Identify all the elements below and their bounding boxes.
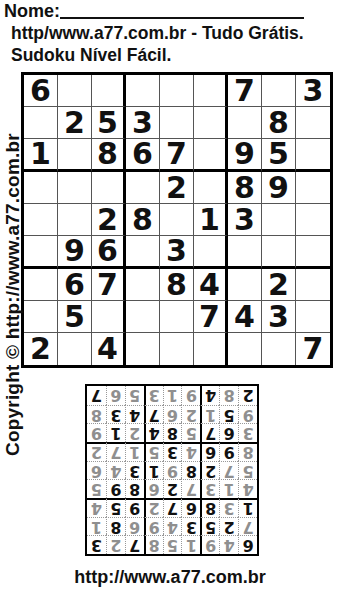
printable-sudoku-page: Nome: http/www.a77.com.br - Tudo Grátis.… bbox=[0, 0, 340, 596]
puzzle-cell-r4c3[interactable] bbox=[92, 172, 126, 204]
puzzle-cell-r1c5[interactable] bbox=[160, 75, 194, 107]
puzzle-cell-r2c4[interactable]: 3 bbox=[126, 107, 160, 139]
puzzle-cell-r4c4[interactable] bbox=[126, 172, 160, 204]
solution-cell-r8c3: 1 bbox=[200, 405, 219, 424]
puzzle-cell-r3c8[interactable]: 5 bbox=[262, 139, 296, 172]
solution-cell-r5c5: 9 bbox=[163, 461, 182, 480]
puzzle-cell-r9c6[interactable] bbox=[194, 333, 228, 365]
solution-cell-r1c1: 6 bbox=[238, 535, 257, 554]
puzzle-cell-r7c6[interactable]: 4 bbox=[194, 269, 228, 301]
puzzle-cell-r3c9[interactable] bbox=[296, 139, 330, 172]
solution-cell-r9c9: 7 bbox=[87, 386, 106, 405]
puzzle-cell-r5c5[interactable] bbox=[160, 204, 194, 236]
puzzle-cell-r7c9[interactable] bbox=[296, 269, 330, 301]
puzzle-cell-r2c9[interactable] bbox=[296, 107, 330, 139]
puzzle-cell-r5c4[interactable]: 8 bbox=[126, 204, 160, 236]
puzzle-cell-r7c5[interactable]: 8 bbox=[160, 269, 194, 301]
puzzle-cell-r6c5[interactable]: 3 bbox=[160, 236, 194, 269]
puzzle-cell-r8c7[interactable]: 4 bbox=[228, 301, 262, 333]
solution-cell-r5c4: 8 bbox=[181, 461, 200, 480]
solution-cell-r3c7: 9 bbox=[125, 498, 144, 517]
puzzle-cell-r8c2[interactable]: 5 bbox=[58, 301, 92, 333]
puzzle-cell-r2c1[interactable] bbox=[24, 107, 58, 139]
solution-cell-r9c8: 6 bbox=[106, 386, 125, 405]
solution-cell-r4c8: 9 bbox=[106, 479, 125, 498]
puzzle-cell-r9c3[interactable]: 4 bbox=[92, 333, 126, 365]
solution-cell-r5c7: 3 bbox=[125, 461, 144, 480]
puzzle-cell-r9c4[interactable] bbox=[126, 333, 160, 365]
solution-cell-r4c4: 7 bbox=[181, 479, 200, 498]
puzzle-cell-r5c7[interactable]: 3 bbox=[228, 204, 262, 236]
solution-cell-r8c7: 4 bbox=[125, 405, 144, 424]
solution-cell-r1c5: 5 bbox=[163, 535, 182, 554]
solution-cell-r4c3: 3 bbox=[200, 479, 219, 498]
puzzle-cell-r4c7[interactable]: 8 bbox=[228, 172, 262, 204]
solution-cell-r2c3: 5 bbox=[200, 517, 219, 536]
puzzle-cell-r4c6[interactable] bbox=[194, 172, 228, 204]
solution-cell-r1c7: 7 bbox=[125, 535, 144, 554]
solution-cell-r7c6: 4 bbox=[144, 423, 163, 442]
solution-cell-r8c2: 5 bbox=[219, 405, 238, 424]
solution-cell-r4c6: 6 bbox=[144, 479, 163, 498]
sudoku-puzzle-grid: 67325381867952892813963678425743247 bbox=[21, 72, 333, 368]
solution-cell-r3c2: 3 bbox=[219, 498, 238, 517]
puzzle-cell-r1c6[interactable] bbox=[194, 75, 228, 107]
solution-cell-r5c1: 5 bbox=[238, 461, 257, 480]
puzzle-cell-r6c2[interactable]: 9 bbox=[58, 236, 92, 269]
name-label: Nome: bbox=[4, 1, 60, 22]
solution-cell-r8c9: 8 bbox=[87, 405, 106, 424]
puzzle-cell-r3c5[interactable]: 7 bbox=[160, 139, 194, 172]
footer-url: http://www.a77.com.br bbox=[0, 567, 340, 588]
puzzle-cell-r2c8[interactable]: 8 bbox=[262, 107, 296, 139]
puzzle-cell-r1c1[interactable]: 6 bbox=[24, 75, 58, 107]
puzzle-cell-r9c9[interactable]: 7 bbox=[296, 333, 330, 365]
solution-cell-r2c8: 8 bbox=[106, 517, 125, 536]
solution-cell-r8c8: 3 bbox=[106, 405, 125, 424]
puzzle-cell-r5c9[interactable] bbox=[296, 204, 330, 236]
solution-cell-r2c4: 3 bbox=[181, 517, 200, 536]
puzzle-cell-r5c8[interactable] bbox=[262, 204, 296, 236]
puzzle-cell-r3c3[interactable]: 8 bbox=[92, 139, 126, 172]
solution-cell-r7c3: 7 bbox=[200, 423, 219, 442]
solution-cell-r1c6: 8 bbox=[144, 535, 163, 554]
solution-cell-r7c5: 8 bbox=[163, 423, 182, 442]
solution-cell-r6c1: 8 bbox=[238, 442, 257, 461]
solution-cell-r3c6: 2 bbox=[144, 498, 163, 517]
solution-cell-r2c1: 7 bbox=[238, 517, 257, 536]
puzzle-cell-r6c7[interactable] bbox=[228, 236, 262, 269]
puzzle-cell-r4c1[interactable] bbox=[24, 172, 58, 204]
solution-cell-r1c4: 1 bbox=[181, 535, 200, 554]
puzzle-cell-r6c6[interactable] bbox=[194, 236, 228, 269]
page-title: Sudoku Nível Fácil. bbox=[11, 45, 171, 66]
puzzle-cell-r6c1[interactable] bbox=[24, 236, 58, 269]
solution-cell-r1c9: 3 bbox=[87, 535, 106, 554]
solution-cell-r3c8: 5 bbox=[106, 498, 125, 517]
puzzle-cell-r8c5[interactable] bbox=[160, 301, 194, 333]
solution-cell-r6c6: 5 bbox=[144, 442, 163, 461]
solution-cell-r3c9: 4 bbox=[87, 498, 106, 517]
puzzle-cell-r2c3[interactable]: 5 bbox=[92, 107, 126, 139]
solution-cell-r7c4: 5 bbox=[181, 423, 200, 442]
solution-cell-r4c5: 2 bbox=[163, 479, 182, 498]
puzzle-cell-r7c8[interactable]: 2 bbox=[262, 269, 296, 301]
solution-cell-r5c6: 1 bbox=[144, 461, 163, 480]
solution-cell-r2c5: 4 bbox=[163, 517, 182, 536]
puzzle-cell-r1c4[interactable] bbox=[126, 75, 160, 107]
puzzle-cell-r5c2[interactable] bbox=[58, 204, 92, 236]
puzzle-cell-r6c4[interactable] bbox=[126, 236, 160, 269]
solution-cell-r5c9: 6 bbox=[87, 461, 106, 480]
solution-cell-r5c8: 4 bbox=[106, 461, 125, 480]
solution-cell-r5c3: 2 bbox=[200, 461, 219, 480]
puzzle-cell-r4c9[interactable] bbox=[296, 172, 330, 204]
puzzle-cell-r5c6[interactable]: 1 bbox=[194, 204, 228, 236]
solution-cell-r4c1: 4 bbox=[238, 479, 257, 498]
solution-cell-r8c6: 7 bbox=[144, 405, 163, 424]
solution-cell-r7c7: 2 bbox=[125, 423, 144, 442]
solution-cell-r9c6: 3 bbox=[144, 386, 163, 405]
copyright-vertical-text: Copyright © http://www.a77.com.br bbox=[2, 84, 24, 456]
name-input-line[interactable] bbox=[60, 0, 304, 19]
solution-cell-r7c8: 1 bbox=[106, 423, 125, 442]
puzzle-cell-r2c7[interactable] bbox=[228, 107, 262, 139]
solution-cell-r6c9: 2 bbox=[87, 442, 106, 461]
solution-cell-r9c7: 5 bbox=[125, 386, 144, 405]
puzzle-cell-r1c7[interactable]: 7 bbox=[228, 75, 262, 107]
puzzle-cell-r6c8[interactable] bbox=[262, 236, 296, 269]
puzzle-cell-r6c9[interactable] bbox=[296, 236, 330, 269]
sudoku-solution-grid-rotated: 6491587237253496811386729544137268955728… bbox=[85, 384, 259, 556]
solution-cell-r9c1: 2 bbox=[238, 386, 257, 405]
puzzle-cell-r2c2[interactable]: 2 bbox=[58, 107, 92, 139]
solution-cell-r9c2: 8 bbox=[219, 386, 238, 405]
puzzle-cell-r7c2[interactable]: 6 bbox=[58, 269, 92, 301]
solution-cell-r6c5: 3 bbox=[163, 442, 182, 461]
puzzle-cell-r4c8[interactable]: 9 bbox=[262, 172, 296, 204]
solution-cell-r2c9: 1 bbox=[87, 517, 106, 536]
puzzle-cell-r2c6[interactable] bbox=[194, 107, 228, 139]
solution-cell-r7c9: 9 bbox=[87, 423, 106, 442]
site-header-text: http/www.a77.com.br - Tudo Grátis. bbox=[11, 23, 304, 44]
solution-cell-r4c2: 1 bbox=[219, 479, 238, 498]
solution-cell-r3c5: 7 bbox=[163, 498, 182, 517]
puzzle-cell-r1c3[interactable] bbox=[92, 75, 126, 107]
solution-cell-r7c1: 3 bbox=[238, 423, 257, 442]
solution-cell-r6c4: 4 bbox=[181, 442, 200, 461]
solution-cell-r1c3: 9 bbox=[200, 535, 219, 554]
puzzle-cell-r8c8[interactable]: 3 bbox=[262, 301, 296, 333]
solution-cell-r5c2: 7 bbox=[219, 461, 238, 480]
solution-cell-r8c4: 2 bbox=[181, 405, 200, 424]
solution-cell-r9c3: 4 bbox=[200, 386, 219, 405]
puzzle-cell-r4c2[interactable] bbox=[58, 172, 92, 204]
solution-cell-r2c7: 6 bbox=[125, 517, 144, 536]
puzzle-cell-r1c8[interactable] bbox=[262, 75, 296, 107]
solution-cell-r8c1: 9 bbox=[238, 405, 257, 424]
puzzle-cell-r5c1[interactable] bbox=[24, 204, 58, 236]
puzzle-cell-r3c4[interactable]: 6 bbox=[126, 139, 160, 172]
puzzle-cell-r9c5[interactable] bbox=[160, 333, 194, 365]
solution-cell-r4c7: 8 bbox=[125, 479, 144, 498]
puzzle-cell-r1c9[interactable]: 3 bbox=[296, 75, 330, 107]
puzzle-cell-r3c6[interactable] bbox=[194, 139, 228, 172]
solution-cell-r3c3: 8 bbox=[200, 498, 219, 517]
puzzle-cell-r2c5[interactable] bbox=[160, 107, 194, 139]
puzzle-cell-r3c1[interactable]: 1 bbox=[24, 139, 58, 172]
solution-cell-r1c2: 4 bbox=[219, 535, 238, 554]
puzzle-cell-r3c7[interactable]: 9 bbox=[228, 139, 262, 172]
solution-cell-r9c4: 9 bbox=[181, 386, 200, 405]
solution-cell-r7c2: 6 bbox=[219, 423, 238, 442]
solution-cell-r9c5: 1 bbox=[163, 386, 182, 405]
solution-cell-r3c4: 6 bbox=[181, 498, 200, 517]
puzzle-cell-r9c1[interactable]: 2 bbox=[24, 333, 58, 365]
puzzle-cell-r8c9[interactable] bbox=[296, 301, 330, 333]
puzzle-cell-r7c1[interactable] bbox=[24, 269, 58, 301]
puzzle-cell-r5c3[interactable]: 2 bbox=[92, 204, 126, 236]
puzzle-cell-r9c7[interactable] bbox=[228, 333, 262, 365]
solution-cell-r1c8: 2 bbox=[106, 535, 125, 554]
puzzle-cell-r6c3[interactable]: 6 bbox=[92, 236, 126, 269]
puzzle-cell-r8c1[interactable] bbox=[24, 301, 58, 333]
puzzle-cell-r8c3[interactable] bbox=[92, 301, 126, 333]
solution-cell-r6c2: 9 bbox=[219, 442, 238, 461]
solution-cell-r6c7: 1 bbox=[125, 442, 144, 461]
puzzle-cell-r7c4[interactable] bbox=[126, 269, 160, 301]
solution-cell-r2c6: 9 bbox=[144, 517, 163, 536]
solution-cell-r2c2: 2 bbox=[219, 517, 238, 536]
puzzle-cell-r8c4[interactable] bbox=[126, 301, 160, 333]
solution-cell-r8c5: 6 bbox=[163, 405, 182, 424]
puzzle-cell-r7c7[interactable] bbox=[228, 269, 262, 301]
puzzle-cell-r9c8[interactable] bbox=[262, 333, 296, 365]
solution-cell-r6c3: 6 bbox=[200, 442, 219, 461]
puzzle-cell-r1c2[interactable] bbox=[58, 75, 92, 107]
puzzle-cell-r9c2[interactable] bbox=[58, 333, 92, 365]
puzzle-cell-r3c2[interactable] bbox=[58, 139, 92, 172]
puzzle-cell-r8c6[interactable]: 7 bbox=[194, 301, 228, 333]
solution-cell-r4c9: 5 bbox=[87, 479, 106, 498]
puzzle-cell-r4c5[interactable]: 2 bbox=[160, 172, 194, 204]
solution-cell-r6c8: 7 bbox=[106, 442, 125, 461]
solution-cell-r3c1: 1 bbox=[238, 498, 257, 517]
puzzle-cell-r7c3[interactable]: 7 bbox=[92, 269, 126, 301]
